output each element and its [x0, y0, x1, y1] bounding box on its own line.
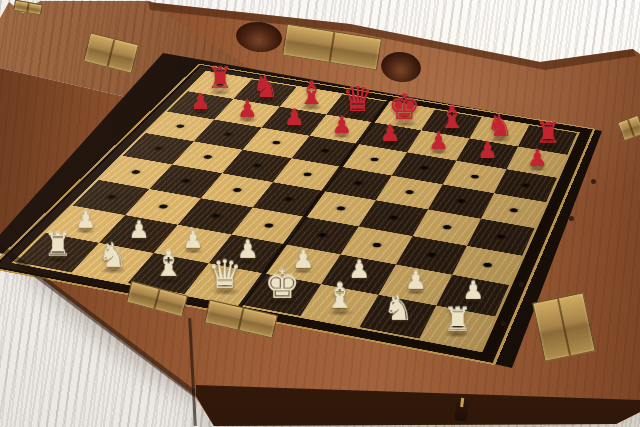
piece-ivory-pawn-c2[interactable]: ♟	[182, 227, 204, 251]
piece-ivory-queen-d1[interactable]: ♛	[208, 254, 243, 293]
piece-ivory-knight-g1[interactable]: ♞	[383, 291, 413, 325]
piece-glyph: ♜	[207, 65, 233, 94]
peg-hole	[372, 242, 383, 248]
piece-glyph: ♟	[284, 106, 305, 129]
peg-hole	[496, 234, 506, 240]
peg-hole	[153, 146, 164, 151]
piece-red-pawn-b7[interactable]: ♟	[237, 98, 258, 121]
photo-scene: ♜♞♝♛♚♝♞♜♟♟♟♟♟♟♟♟♟♟♟♟♟♟♟♟♜♞♝♛♚♝♞♜	[0, 0, 640, 427]
piece-glyph: ♟	[191, 91, 211, 113]
peg-hole	[317, 232, 328, 238]
rim-peg-hole	[591, 179, 596, 184]
peg-hole	[158, 204, 169, 209]
piece-red-pawn-h7[interactable]: ♟	[527, 147, 548, 170]
peg-hole	[427, 252, 438, 258]
peg-hole	[442, 225, 452, 230]
piece-ivory-pawn-b2[interactable]: ♟	[128, 218, 150, 242]
piece-ivory-bishop-c1[interactable]: ♝	[153, 247, 184, 282]
piece-red-pawn-f7[interactable]: ♟	[428, 130, 449, 153]
peg-hole	[521, 183, 530, 188]
peg-hole	[223, 132, 233, 137]
peg-hole	[130, 170, 141, 175]
peg-hole	[457, 199, 467, 204]
piece-glyph: ♟	[128, 218, 150, 242]
peg-hole	[232, 188, 243, 193]
peg-hole	[106, 195, 117, 200]
peg-hole	[370, 157, 380, 162]
peg-hole	[336, 206, 347, 211]
piece-glyph: ♟	[237, 98, 258, 121]
peg-hole	[203, 155, 214, 160]
piece-red-pawn-c7[interactable]: ♟	[284, 106, 305, 129]
peg-hole	[420, 166, 430, 171]
peg-hole	[470, 174, 480, 179]
peg-hole	[320, 149, 330, 154]
piece-red-pawn-e7[interactable]: ♟	[380, 122, 401, 145]
piece-ivory-bishop-f1[interactable]: ♝	[324, 279, 355, 314]
piece-glyph: ♟	[477, 138, 498, 161]
piece-glyph: ♞	[383, 291, 413, 325]
piece-glyph: ♚	[264, 264, 300, 304]
peg-hole	[482, 262, 492, 268]
piece-ivory-pawn-a2[interactable]: ♟	[75, 208, 97, 232]
piece-glyph: ♜	[443, 303, 473, 336]
peg-hole	[252, 163, 262, 168]
peg-hole	[263, 223, 274, 229]
rim-peg-hole	[519, 282, 524, 287]
piece-ivory-rook-h1[interactable]: ♜	[443, 303, 473, 336]
peg-hole	[509, 208, 519, 213]
rim-peg-hole	[569, 216, 574, 221]
piece-glyph: ♜	[44, 229, 73, 261]
piece-glyph: ♞	[98, 238, 128, 272]
peg-hole	[271, 140, 281, 145]
peg-hole	[181, 179, 192, 184]
piece-ivory-rook-a1[interactable]: ♜	[44, 229, 73, 261]
piece-glyph: ♟	[527, 147, 548, 170]
piece-glyph: ♟	[332, 114, 353, 137]
piece-ivory-knight-b1[interactable]: ♞	[98, 238, 128, 272]
piece-red-pawn-a7[interactable]: ♟	[191, 91, 211, 113]
piece-red-rook-a8[interactable]: ♜	[207, 65, 233, 94]
piece-glyph: ♛	[208, 254, 243, 293]
piece-ivory-king-e1[interactable]: ♚	[264, 264, 300, 304]
peg-hole	[175, 124, 185, 128]
peg-hole	[302, 172, 312, 177]
piece-glyph: ♝	[324, 279, 355, 314]
piece-red-pawn-d7[interactable]: ♟	[332, 114, 353, 137]
piece-glyph: ♟	[380, 122, 401, 145]
peg-hole	[210, 213, 221, 218]
peg-hole	[405, 190, 415, 195]
piece-red-pawn-g7[interactable]: ♟	[477, 138, 498, 161]
peg-hole	[353, 181, 363, 186]
rim-peg-hole	[501, 321, 506, 326]
piece-glyph: ♝	[153, 247, 184, 282]
peg-hole	[284, 197, 295, 202]
peg-hole	[389, 215, 399, 220]
piece-glyph: ♟	[75, 208, 97, 232]
piece-glyph: ♟	[428, 130, 449, 153]
piece-glyph: ♟	[182, 227, 204, 251]
